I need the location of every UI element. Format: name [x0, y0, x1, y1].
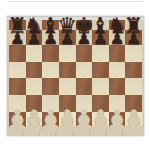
square-b5: [26, 62, 43, 78]
rank-1: ♜♞♝♛♚♝♞♜: [9, 133, 142, 136]
square-h1: [125, 133, 142, 136]
chess-board: ♜♞♝♛♚♝♞♜♟♟♟♟♟♟♟♟♟♟♟♟♟♟♟♟♜♞♝♛♚♝♞♜: [9, 20, 142, 136]
square-g8: [109, 20, 126, 30]
square-f7: [92, 30, 109, 45]
square-e6: [76, 45, 93, 62]
square-h2: [125, 112, 142, 133]
square-d4: [59, 78, 76, 95]
chessboard-photo: ♜♞♝♛♚♝♞♜♟♟♟♟♟♟♟♟♟♟♟♟♟♟♟♟♜♞♝♛♚♝♞♜: [7, 16, 144, 136]
square-d3: [59, 95, 76, 112]
square-d7: [59, 30, 76, 45]
square-g2: [109, 112, 126, 133]
square-d2: [59, 112, 76, 133]
square-a6: [9, 45, 26, 62]
square-h3: [125, 95, 142, 112]
square-f8: [92, 20, 109, 30]
square-g4: [109, 78, 126, 95]
rank-4: [9, 78, 142, 95]
square-h6: [125, 45, 142, 62]
square-b2: [26, 112, 43, 133]
square-d8: [59, 20, 76, 30]
square-e2: [76, 112, 93, 133]
square-b6: [26, 45, 43, 62]
square-f5: [92, 62, 109, 78]
square-c1: [42, 133, 59, 136]
square-b3: [26, 95, 43, 112]
square-h7: [125, 30, 142, 45]
square-d1: [59, 133, 76, 136]
square-c6: [42, 45, 59, 62]
square-a8: [9, 20, 26, 30]
square-c3: [42, 95, 59, 112]
square-b4: [26, 78, 43, 95]
square-g5: [109, 62, 126, 78]
square-a2: [9, 112, 26, 133]
square-f4: [92, 78, 109, 95]
square-g3: [109, 95, 126, 112]
square-d5: [59, 62, 76, 78]
rank-6: [9, 45, 142, 62]
square-a3: [9, 95, 26, 112]
square-f2: [92, 112, 109, 133]
square-b1: [26, 133, 43, 136]
square-f3: [92, 95, 109, 112]
square-e5: [76, 62, 93, 78]
square-g1: [109, 133, 126, 136]
square-e8: [76, 20, 93, 30]
square-b7: [26, 30, 43, 45]
square-a1: [9, 133, 26, 136]
square-h8: [125, 20, 142, 30]
square-c2: [42, 112, 59, 133]
square-c8: [42, 20, 59, 30]
square-h4: [125, 78, 142, 95]
square-a7: [9, 30, 26, 45]
square-h5: [125, 62, 142, 78]
square-a4: [9, 78, 26, 95]
square-f6: [92, 45, 109, 62]
square-e7: [76, 30, 93, 45]
square-e1: [76, 133, 93, 136]
square-g7: [109, 30, 126, 45]
square-f1: [92, 133, 109, 136]
square-c4: [42, 78, 59, 95]
rank-3: [9, 95, 142, 112]
square-e3: [76, 95, 93, 112]
square-c5: [42, 62, 59, 78]
rank-5: [9, 62, 142, 78]
square-a5: [9, 62, 26, 78]
square-b8: [26, 20, 43, 30]
square-d6: [59, 45, 76, 62]
square-e4: [76, 78, 93, 95]
rank-2: ♟♟♟♟♟♟♟♟: [9, 112, 142, 133]
rank-7: ♟♟♟♟♟♟♟♟: [9, 30, 142, 45]
rank-8: ♜♞♝♛♚♝♞♜: [9, 20, 142, 30]
square-c7: [42, 30, 59, 45]
square-g6: [109, 45, 126, 62]
page-edge-hairline: [8, 1, 143, 2]
